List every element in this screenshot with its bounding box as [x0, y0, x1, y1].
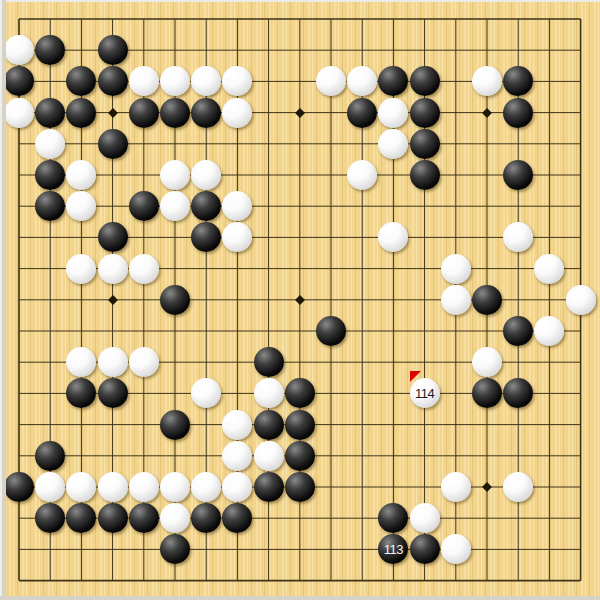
- board-point-15-19[interactable]: [440, 565, 471, 596]
- board-point-5-6[interactable]: [128, 159, 159, 190]
- board-point-12-12[interactable]: [347, 347, 378, 378]
- board-point-3-18[interactable]: [66, 534, 97, 565]
- board-point-10-8[interactable]: [284, 222, 315, 253]
- board-point-14-6[interactable]: [409, 159, 440, 190]
- white-stone[interactable]: [347, 66, 377, 96]
- board-point-5-3[interactable]: [128, 66, 159, 97]
- board-point-18-13[interactable]: [534, 378, 565, 409]
- board-point-9-9[interactable]: [253, 253, 284, 284]
- board-point-16-11[interactable]: [471, 315, 502, 346]
- board-point-8-18[interactable]: [222, 534, 253, 565]
- board-point-18-16[interactable]: [534, 471, 565, 502]
- board-point-17-8[interactable]: [503, 222, 534, 253]
- board-point-1-13[interactable]: [3, 378, 34, 409]
- board-point-19-17[interactable]: [565, 503, 596, 534]
- black-stone[interactable]: [316, 316, 346, 346]
- board-point-9-17[interactable]: [253, 503, 284, 534]
- white-stone[interactable]: [4, 35, 34, 65]
- board-point-3-1[interactable]: [66, 3, 97, 34]
- board-point-14-5[interactable]: [409, 128, 440, 159]
- board-point-7-13[interactable]: [191, 378, 222, 409]
- board-point-4-5[interactable]: [97, 128, 128, 159]
- board-point-11-7[interactable]: [315, 191, 346, 222]
- board-point-16-16[interactable]: [471, 471, 502, 502]
- board-point-16-19[interactable]: [471, 565, 502, 596]
- board-point-15-9[interactable]: [440, 253, 471, 284]
- board-point-18-4[interactable]: [534, 97, 565, 128]
- white-stone[interactable]: [222, 191, 252, 221]
- board-point-1-4[interactable]: [3, 97, 34, 128]
- white-stone[interactable]: [66, 254, 96, 284]
- board-point-11-1[interactable]: [315, 3, 346, 34]
- board-point-9-19[interactable]: [253, 565, 284, 596]
- board-point-7-9[interactable]: [191, 253, 222, 284]
- board-point-1-10[interactable]: [3, 284, 34, 315]
- board-point-8-9[interactable]: [222, 253, 253, 284]
- board-point-13-11[interactable]: [378, 315, 409, 346]
- board-point-3-14[interactable]: [66, 409, 97, 440]
- black-stone[interactable]: [410, 160, 440, 190]
- board-point-10-2[interactable]: [284, 35, 315, 66]
- black-stone[interactable]: [410, 66, 440, 96]
- board-point-5-16[interactable]: [128, 471, 159, 502]
- board-point-15-5[interactable]: [440, 128, 471, 159]
- black-stone[interactable]: [285, 378, 315, 408]
- board-point-16-15[interactable]: [471, 440, 502, 471]
- board-point-12-4[interactable]: [347, 97, 378, 128]
- white-stone[interactable]: [222, 472, 252, 502]
- board-point-7-12[interactable]: [191, 347, 222, 378]
- board-point-9-11[interactable]: [253, 315, 284, 346]
- black-stone[interactable]: [347, 98, 377, 128]
- board-point-13-5[interactable]: [378, 128, 409, 159]
- white-stone[interactable]: [66, 472, 96, 502]
- board-point-8-13[interactable]: [222, 378, 253, 409]
- board-point-15-17[interactable]: [440, 503, 471, 534]
- board-point-10-9[interactable]: [284, 253, 315, 284]
- board-point-1-14[interactable]: [3, 409, 34, 440]
- board-point-2-7[interactable]: [35, 191, 66, 222]
- black-stone[interactable]: [66, 98, 96, 128]
- board-point-9-6[interactable]: [253, 159, 284, 190]
- board-point-14-2[interactable]: [409, 35, 440, 66]
- black-stone[interactable]: [66, 378, 96, 408]
- board-point-5-7[interactable]: [128, 191, 159, 222]
- white-stone[interactable]: [160, 191, 190, 221]
- black-stone[interactable]: [160, 534, 190, 564]
- white-stone[interactable]: [254, 441, 284, 471]
- board-point-16-4[interactable]: [471, 97, 502, 128]
- board-point-17-14[interactable]: [503, 409, 534, 440]
- board-point-14-16[interactable]: [409, 471, 440, 502]
- board-point-9-5[interactable]: [253, 128, 284, 159]
- board-point-9-1[interactable]: [253, 3, 284, 34]
- board-point-17-4[interactable]: [503, 97, 534, 128]
- board-point-10-5[interactable]: [284, 128, 315, 159]
- board-point-5-15[interactable]: [128, 440, 159, 471]
- board-point-11-8[interactable]: [315, 222, 346, 253]
- black-stone[interactable]: [129, 191, 159, 221]
- board-point-13-16[interactable]: [378, 471, 409, 502]
- board-point-4-16[interactable]: [97, 471, 128, 502]
- board-point-11-10[interactable]: [315, 284, 346, 315]
- black-stone[interactable]: [129, 98, 159, 128]
- black-stone[interactable]: [160, 410, 190, 440]
- board-point-5-11[interactable]: [128, 315, 159, 346]
- board-point-18-15[interactable]: [534, 440, 565, 471]
- board-point-10-17[interactable]: [284, 503, 315, 534]
- black-stone[interactable]: [503, 98, 533, 128]
- board-point-15-15[interactable]: [440, 440, 471, 471]
- board-point-2-14[interactable]: [35, 409, 66, 440]
- board-point-10-6[interactable]: [284, 159, 315, 190]
- white-stone[interactable]: [441, 285, 471, 315]
- board-point-3-3[interactable]: [66, 66, 97, 97]
- board-point-16-3[interactable]: [471, 66, 502, 97]
- board-point-1-15[interactable]: [3, 440, 34, 471]
- board-point-16-8[interactable]: [471, 222, 502, 253]
- white-stone[interactable]: [129, 347, 159, 377]
- board-point-8-10[interactable]: [222, 284, 253, 315]
- board-point-11-16[interactable]: [315, 471, 346, 502]
- board-point-7-5[interactable]: [191, 128, 222, 159]
- white-stone[interactable]: [254, 378, 284, 408]
- white-stone[interactable]: [160, 66, 190, 96]
- board-point-2-1[interactable]: [35, 3, 66, 34]
- board-point-2-17[interactable]: [35, 503, 66, 534]
- board-point-11-17[interactable]: [315, 503, 346, 534]
- board-point-9-10[interactable]: [253, 284, 284, 315]
- board-point-5-19[interactable]: [128, 565, 159, 596]
- black-stone[interactable]: [66, 503, 96, 533]
- board-point-4-4[interactable]: [97, 97, 128, 128]
- board-point-3-7[interactable]: [66, 191, 97, 222]
- board-point-6-18[interactable]: [159, 534, 190, 565]
- board-point-1-17[interactable]: [3, 503, 34, 534]
- board-point-19-3[interactable]: [565, 66, 596, 97]
- board-point-2-11[interactable]: [35, 315, 66, 346]
- white-stone[interactable]: [441, 534, 471, 564]
- board-point-6-16[interactable]: [159, 471, 190, 502]
- board-point-5-8[interactable]: [128, 222, 159, 253]
- board-point-1-12[interactable]: [3, 347, 34, 378]
- board-point-3-15[interactable]: [66, 440, 97, 471]
- board-point-3-9[interactable]: [66, 253, 97, 284]
- board-point-7-15[interactable]: [191, 440, 222, 471]
- white-stone[interactable]: [98, 472, 128, 502]
- board-point-11-18[interactable]: [315, 534, 346, 565]
- white-stone[interactable]: [222, 66, 252, 96]
- board-point-12-1[interactable]: [347, 3, 378, 34]
- black-stone[interactable]: [503, 66, 533, 96]
- board-point-1-5[interactable]: [3, 128, 34, 159]
- board-point-6-3[interactable]: [159, 66, 190, 97]
- board-point-6-1[interactable]: [159, 3, 190, 34]
- board-point-15-6[interactable]: [440, 159, 471, 190]
- board-point-10-7[interactable]: [284, 191, 315, 222]
- black-stone[interactable]: [35, 191, 65, 221]
- board-point-18-14[interactable]: [534, 409, 565, 440]
- board-point-19-13[interactable]: [565, 378, 596, 409]
- board-point-4-10[interactable]: [97, 284, 128, 315]
- board-point-18-18[interactable]: [534, 534, 565, 565]
- board-point-7-11[interactable]: [191, 315, 222, 346]
- board-point-13-4[interactable]: [378, 97, 409, 128]
- board-point-11-4[interactable]: [315, 97, 346, 128]
- board-point-7-7[interactable]: [191, 191, 222, 222]
- black-stone[interactable]: [191, 222, 221, 252]
- board-point-17-11[interactable]: [503, 315, 534, 346]
- board-point-9-15[interactable]: [253, 440, 284, 471]
- board-point-19-9[interactable]: [565, 253, 596, 284]
- board-point-1-18[interactable]: [3, 534, 34, 565]
- board-point-19-14[interactable]: [565, 409, 596, 440]
- white-stone[interactable]: [410, 503, 440, 533]
- board-point-4-19[interactable]: [97, 565, 128, 596]
- board-point-7-14[interactable]: [191, 409, 222, 440]
- white-stone[interactable]: [378, 222, 408, 252]
- white-stone[interactable]: [191, 160, 221, 190]
- board-point-12-15[interactable]: [347, 440, 378, 471]
- board-point-4-18[interactable]: [97, 534, 128, 565]
- white-stone[interactable]: [66, 347, 96, 377]
- board-point-4-8[interactable]: [97, 222, 128, 253]
- board-point-8-6[interactable]: [222, 159, 253, 190]
- board-point-19-18[interactable]: [565, 534, 596, 565]
- board-point-18-9[interactable]: [534, 253, 565, 284]
- board-point-7-2[interactable]: [191, 35, 222, 66]
- board-point-13-7[interactable]: [378, 191, 409, 222]
- board-point-12-8[interactable]: [347, 222, 378, 253]
- board-point-6-13[interactable]: [159, 378, 190, 409]
- board-point-2-4[interactable]: [35, 97, 66, 128]
- board-point-3-8[interactable]: [66, 222, 97, 253]
- white-stone[interactable]: [98, 254, 128, 284]
- white-stone[interactable]: [191, 66, 221, 96]
- board-point-19-16[interactable]: [565, 471, 596, 502]
- white-stone[interactable]: [378, 98, 408, 128]
- board-point-18-5[interactable]: [534, 128, 565, 159]
- board-point-10-18[interactable]: [284, 534, 315, 565]
- board-point-12-17[interactable]: [347, 503, 378, 534]
- black-stone[interactable]: [4, 66, 34, 96]
- board-point-12-16[interactable]: [347, 471, 378, 502]
- board-point-8-17[interactable]: [222, 503, 253, 534]
- board-point-4-11[interactable]: [97, 315, 128, 346]
- board-point-6-14[interactable]: [159, 409, 190, 440]
- white-stone[interactable]: [4, 98, 34, 128]
- board-point-15-12[interactable]: [440, 347, 471, 378]
- board-point-12-7[interactable]: [347, 191, 378, 222]
- board-point-11-5[interactable]: [315, 128, 346, 159]
- board-point-16-14[interactable]: [471, 409, 502, 440]
- white-stone[interactable]: [503, 222, 533, 252]
- board-point-18-17[interactable]: [534, 503, 565, 534]
- black-stone[interactable]: [503, 316, 533, 346]
- white-stone[interactable]: [35, 472, 65, 502]
- board-point-15-2[interactable]: [440, 35, 471, 66]
- board-point-7-8[interactable]: [191, 222, 222, 253]
- board-point-1-9[interactable]: [3, 253, 34, 284]
- board-point-19-6[interactable]: [565, 159, 596, 190]
- board-point-17-9[interactable]: [503, 253, 534, 284]
- board-point-6-15[interactable]: [159, 440, 190, 471]
- white-stone[interactable]: [566, 285, 596, 315]
- board-point-17-1[interactable]: [503, 3, 534, 34]
- black-stone[interactable]: [35, 503, 65, 533]
- board-point-2-9[interactable]: [35, 253, 66, 284]
- board-point-3-16[interactable]: [66, 471, 97, 502]
- black-stone[interactable]: [503, 160, 533, 190]
- board-point-13-14[interactable]: [378, 409, 409, 440]
- board-intersections[interactable]: 114113: [3, 3, 596, 596]
- board-point-14-18[interactable]: [409, 534, 440, 565]
- white-stone[interactable]: [129, 66, 159, 96]
- black-stone[interactable]: [35, 160, 65, 190]
- black-stone[interactable]: [66, 66, 96, 96]
- board-point-9-12[interactable]: [253, 347, 284, 378]
- board-point-19-10[interactable]: [565, 284, 596, 315]
- board-point-3-2[interactable]: [66, 35, 97, 66]
- white-stone[interactable]: [222, 441, 252, 471]
- white-stone[interactable]: [129, 254, 159, 284]
- white-stone[interactable]: [378, 129, 408, 159]
- white-stone[interactable]: [66, 191, 96, 221]
- white-stone[interactable]: [472, 66, 502, 96]
- board-point-16-18[interactable]: [471, 534, 502, 565]
- board-point-15-7[interactable]: [440, 191, 471, 222]
- black-stone[interactable]: [503, 378, 533, 408]
- board-point-17-16[interactable]: [503, 471, 534, 502]
- board-point-8-4[interactable]: [222, 97, 253, 128]
- board-point-1-16[interactable]: [3, 471, 34, 502]
- white-stone[interactable]: [35, 129, 65, 159]
- board-point-3-17[interactable]: [66, 503, 97, 534]
- black-stone[interactable]: [254, 347, 284, 377]
- board-point-8-2[interactable]: [222, 35, 253, 66]
- board-point-2-2[interactable]: [35, 35, 66, 66]
- board-point-8-16[interactable]: [222, 471, 253, 502]
- board-point-10-15[interactable]: [284, 440, 315, 471]
- white-stone-114[interactable]: 114: [410, 378, 440, 408]
- board-point-18-12[interactable]: [534, 347, 565, 378]
- board-point-11-14[interactable]: [315, 409, 346, 440]
- board-point-3-4[interactable]: [66, 97, 97, 128]
- board-point-7-17[interactable]: [191, 503, 222, 534]
- board-point-4-6[interactable]: [97, 159, 128, 190]
- black-stone[interactable]: [472, 378, 502, 408]
- black-stone[interactable]: [160, 98, 190, 128]
- black-stone[interactable]: [98, 222, 128, 252]
- board-point-4-3[interactable]: [97, 66, 128, 97]
- black-stone[interactable]: [410, 129, 440, 159]
- board-point-5-18[interactable]: [128, 534, 159, 565]
- black-stone[interactable]: [472, 285, 502, 315]
- board-point-4-1[interactable]: [97, 3, 128, 34]
- board-point-8-8[interactable]: [222, 222, 253, 253]
- board-point-19-7[interactable]: [565, 191, 596, 222]
- board-point-5-13[interactable]: [128, 378, 159, 409]
- board-point-12-19[interactable]: [347, 565, 378, 596]
- board-point-18-8[interactable]: [534, 222, 565, 253]
- board-point-8-12[interactable]: [222, 347, 253, 378]
- board-point-7-6[interactable]: [191, 159, 222, 190]
- board-point-8-1[interactable]: [222, 3, 253, 34]
- board-point-14-4[interactable]: [409, 97, 440, 128]
- board-point-19-12[interactable]: [565, 347, 596, 378]
- board-point-17-2[interactable]: [503, 35, 534, 66]
- black-stone[interactable]: [285, 441, 315, 471]
- board-point-14-17[interactable]: [409, 503, 440, 534]
- board-point-10-12[interactable]: [284, 347, 315, 378]
- black-stone[interactable]: [35, 35, 65, 65]
- board-point-6-8[interactable]: [159, 222, 190, 253]
- board-point-6-19[interactable]: [159, 565, 190, 596]
- board-point-17-19[interactable]: [503, 565, 534, 596]
- board-point-17-10[interactable]: [503, 284, 534, 315]
- board-point-5-1[interactable]: [128, 3, 159, 34]
- white-stone[interactable]: [160, 503, 190, 533]
- board-point-11-3[interactable]: [315, 66, 346, 97]
- board-point-19-11[interactable]: [565, 315, 596, 346]
- white-stone[interactable]: [441, 254, 471, 284]
- black-stone[interactable]: [191, 98, 221, 128]
- board-point-14-19[interactable]: [409, 565, 440, 596]
- board-point-2-6[interactable]: [35, 159, 66, 190]
- board-point-1-19[interactable]: [3, 565, 34, 596]
- board-point-3-5[interactable]: [66, 128, 97, 159]
- board-point-5-10[interactable]: [128, 284, 159, 315]
- board-point-18-10[interactable]: [534, 284, 565, 315]
- board-point-7-19[interactable]: [191, 565, 222, 596]
- board-point-8-5[interactable]: [222, 128, 253, 159]
- board-point-13-2[interactable]: [378, 35, 409, 66]
- board-point-12-14[interactable]: [347, 409, 378, 440]
- white-stone[interactable]: [472, 347, 502, 377]
- board-point-5-4[interactable]: [128, 97, 159, 128]
- white-stone[interactable]: [503, 472, 533, 502]
- board-point-9-14[interactable]: [253, 409, 284, 440]
- board-point-13-19[interactable]: [378, 565, 409, 596]
- black-stone-113[interactable]: 113: [378, 534, 408, 564]
- board-point-16-2[interactable]: [471, 35, 502, 66]
- board-point-13-8[interactable]: [378, 222, 409, 253]
- board-point-1-8[interactable]: [3, 222, 34, 253]
- board-point-14-1[interactable]: [409, 3, 440, 34]
- board-point-1-3[interactable]: [3, 66, 34, 97]
- black-stone[interactable]: [285, 410, 315, 440]
- board-point-16-10[interactable]: [471, 284, 502, 315]
- board-point-3-6[interactable]: [66, 159, 97, 190]
- board-point-19-2[interactable]: [565, 35, 596, 66]
- board-point-4-7[interactable]: [97, 191, 128, 222]
- board-point-2-5[interactable]: [35, 128, 66, 159]
- board-point-15-18[interactable]: [440, 534, 471, 565]
- board-point-11-2[interactable]: [315, 35, 346, 66]
- board-point-8-3[interactable]: [222, 66, 253, 97]
- board-point-11-15[interactable]: [315, 440, 346, 471]
- board-point-4-13[interactable]: [97, 378, 128, 409]
- board-point-13-13[interactable]: [378, 378, 409, 409]
- board-point-16-17[interactable]: [471, 503, 502, 534]
- board-point-9-3[interactable]: [253, 66, 284, 97]
- black-stone[interactable]: [410, 98, 440, 128]
- board-point-17-5[interactable]: [503, 128, 534, 159]
- board-point-19-4[interactable]: [565, 97, 596, 128]
- board-point-16-12[interactable]: [471, 347, 502, 378]
- board-point-13-17[interactable]: [378, 503, 409, 534]
- black-stone[interactable]: [254, 410, 284, 440]
